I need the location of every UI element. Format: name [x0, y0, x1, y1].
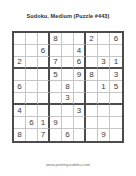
sudoku-board: 8266427631598368153436198769 [12, 31, 124, 143]
cell-r8c9[interactable] [110, 117, 122, 129]
cell-r9c3[interactable]: 7 [38, 129, 50, 141]
cell-r7c5[interactable] [62, 105, 74, 117]
cell-r2c2[interactable] [26, 45, 38, 57]
cell-r7c3[interactable] [38, 105, 50, 117]
puzzle-title: Sudoku, Medium (Puzzle #443) [0, 13, 136, 19]
cell-r3c3[interactable] [38, 57, 50, 69]
cell-r3c5[interactable] [62, 57, 74, 69]
cell-r6c4[interactable] [50, 93, 62, 105]
cell-r6c5[interactable]: 3 [62, 93, 74, 105]
cell-r9c2[interactable] [26, 129, 38, 141]
cell-r7c1[interactable]: 4 [14, 105, 26, 117]
footer-url: www.printmysudoku.com [0, 162, 136, 167]
cell-r1c3[interactable] [38, 33, 50, 45]
cell-r8c4[interactable]: 9 [50, 117, 62, 129]
cell-r8c2[interactable]: 6 [26, 117, 38, 129]
cell-r5c5[interactable]: 8 [62, 81, 74, 93]
cell-r9c9[interactable] [110, 129, 122, 141]
cell-r6c6[interactable] [74, 93, 86, 105]
cell-r1c8[interactable] [98, 33, 110, 45]
cell-r4c7[interactable]: 8 [86, 69, 98, 81]
cell-r6c8[interactable] [98, 93, 110, 105]
cell-r5c1[interactable]: 6 [14, 81, 26, 93]
cell-r8c6[interactable] [74, 117, 86, 129]
cell-r9c4[interactable] [50, 129, 62, 141]
cell-r4c5[interactable] [62, 69, 74, 81]
cell-r7c7[interactable] [86, 105, 98, 117]
cell-r9c6[interactable] [74, 129, 86, 141]
cell-r6c7[interactable] [86, 93, 98, 105]
cell-r1c7[interactable]: 2 [86, 33, 98, 45]
cell-r2c3[interactable]: 6 [38, 45, 50, 57]
cell-r5c3[interactable] [38, 81, 50, 93]
cell-r8c8[interactable] [98, 117, 110, 129]
cell-r1c9[interactable]: 6 [110, 33, 122, 45]
cell-r4c6[interactable]: 9 [74, 69, 86, 81]
cell-r8c5[interactable] [62, 117, 74, 129]
cell-r9c5[interactable]: 6 [62, 129, 74, 141]
cell-r9c8[interactable]: 9 [98, 129, 110, 141]
cell-r3c2[interactable] [26, 57, 38, 69]
cell-r3c1[interactable]: 2 [14, 57, 26, 69]
cell-r5c2[interactable] [26, 81, 38, 93]
cell-r2c9[interactable] [110, 45, 122, 57]
cell-r2c7[interactable] [86, 45, 98, 57]
cell-r8c1[interactable] [14, 117, 26, 129]
cell-r3c4[interactable]: 7 [50, 57, 62, 69]
cell-r7c6[interactable]: 3 [74, 105, 86, 117]
cell-r4c8[interactable] [98, 69, 110, 81]
cell-r7c8[interactable] [98, 105, 110, 117]
cell-r3c9[interactable]: 1 [110, 57, 122, 69]
cell-r9c7[interactable] [86, 129, 98, 141]
cell-r4c2[interactable] [26, 69, 38, 81]
cell-r2c1[interactable] [14, 45, 26, 57]
cell-r1c4[interactable]: 8 [50, 33, 62, 45]
cell-r6c9[interactable] [110, 93, 122, 105]
cell-r7c9[interactable] [110, 105, 122, 117]
cell-r3c7[interactable] [86, 57, 98, 69]
cell-r5c4[interactable] [50, 81, 62, 93]
cell-r2c6[interactable]: 4 [74, 45, 86, 57]
cell-r6c3[interactable] [38, 93, 50, 105]
cell-r5c7[interactable] [86, 81, 98, 93]
cell-r4c1[interactable] [14, 69, 26, 81]
cell-r7c2[interactable] [26, 105, 38, 117]
cell-r1c1[interactable] [14, 33, 26, 45]
cell-r1c6[interactable] [74, 33, 86, 45]
cell-r4c3[interactable] [38, 69, 50, 81]
cell-r6c2[interactable] [26, 93, 38, 105]
cell-r2c5[interactable] [62, 45, 74, 57]
cell-r1c2[interactable] [26, 33, 38, 45]
cell-r9c1[interactable]: 8 [14, 129, 26, 141]
cell-r2c8[interactable] [98, 45, 110, 57]
cell-r7c4[interactable] [50, 105, 62, 117]
cell-r8c7[interactable] [86, 117, 98, 129]
sudoku-page: Sudoku, Medium (Puzzle #443) 82664276315… [0, 0, 136, 176]
cell-r2c4[interactable] [50, 45, 62, 57]
cell-r3c8[interactable]: 3 [98, 57, 110, 69]
cell-r1c5[interactable] [62, 33, 74, 45]
cell-r4c4[interactable]: 5 [50, 69, 62, 81]
cell-r5c6[interactable] [74, 81, 86, 93]
cell-r5c8[interactable]: 1 [98, 81, 110, 93]
cell-r5c9[interactable]: 5 [110, 81, 122, 93]
cell-r6c1[interactable] [14, 93, 26, 105]
cell-r3c6[interactable]: 6 [74, 57, 86, 69]
cell-r4c9[interactable]: 3 [110, 69, 122, 81]
cell-r8c3[interactable]: 1 [38, 117, 50, 129]
